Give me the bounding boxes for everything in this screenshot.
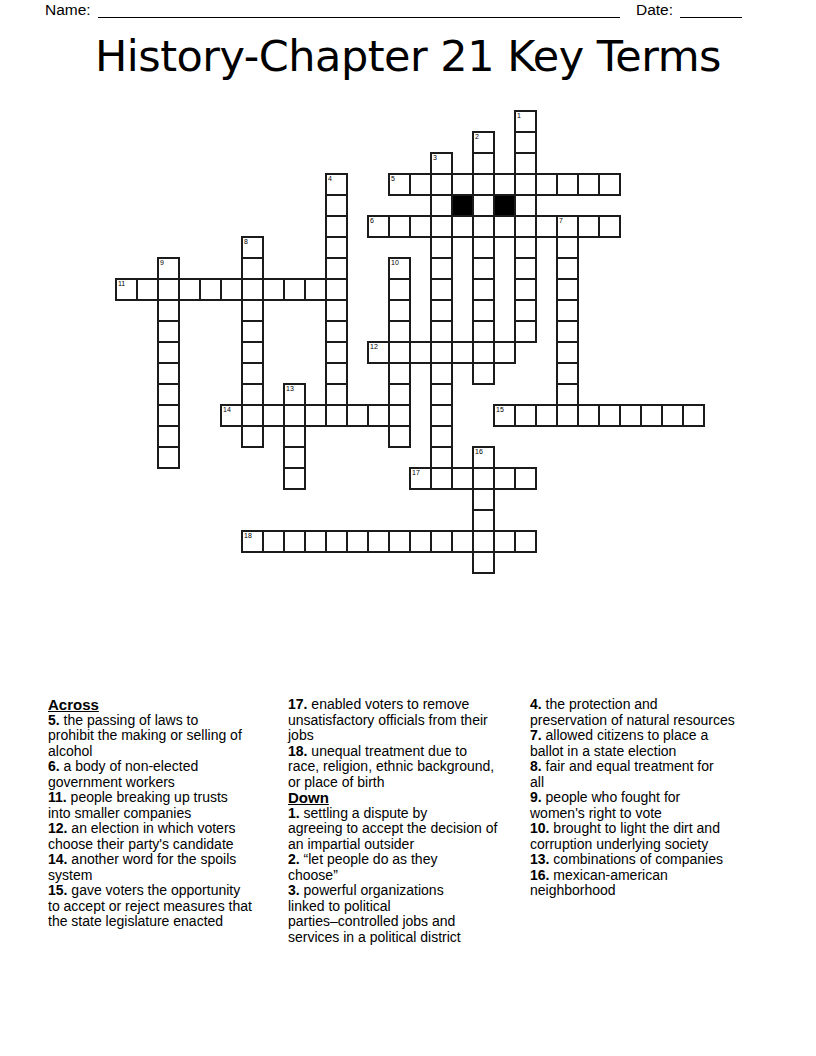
grid-cell[interactable] [220,278,243,301]
grid-cell[interactable] [556,383,579,406]
clue-number: 6. [48,758,60,774]
clue-across-6: 6. a body of non-electedgovernment worke… [48,759,292,790]
date-blank-line[interactable] [680,4,742,18]
grid-cell[interactable] [472,257,495,280]
grid-cell[interactable] [157,299,180,322]
grid-cell[interactable] [514,257,537,280]
grid-cell[interactable] [430,404,453,427]
clue-across-12: 12. an election in which voterschoose th… [48,821,292,852]
grid-cell[interactable] [388,404,411,427]
grid-cell[interactable] [451,341,474,364]
grid-cell[interactable] [514,467,537,490]
clue-column-right: 4. the protection andpreservation of nat… [530,697,778,899]
clue-number: 16. [530,867,549,883]
grid-cell[interactable] [493,530,516,553]
grid-cell[interactable] [430,152,453,175]
name-label: Name: [45,1,91,18]
grid-cell[interactable] [514,530,537,553]
clue-number: 11. [48,789,67,805]
grid-cell[interactable] [430,320,453,343]
grid-cell[interactable] [472,341,495,364]
grid-cell[interactable] [325,383,348,406]
grid-cell[interactable] [430,362,453,385]
grid-cell[interactable] [241,236,264,259]
grid-cell[interactable] [430,257,453,280]
clue-number: 1. [288,805,300,821]
grid-cell[interactable] [388,530,411,553]
grid-cell[interactable] [514,194,537,217]
grid-cell[interactable] [472,131,495,154]
grid-cell[interactable] [430,236,453,259]
grid-cell[interactable] [598,215,621,238]
grid-cell[interactable] [157,341,180,364]
clue-number: 4. [530,696,542,712]
grid-cell[interactable] [409,341,432,364]
grid-cell[interactable] [556,341,579,364]
grid-cell[interactable] [493,404,516,427]
grid-cell[interactable] [283,278,306,301]
grid-cell[interactable] [262,530,285,553]
grid-cell[interactable] [514,236,537,259]
crossword-grid: 123456789101112131415161718 [115,110,707,576]
grid-cell[interactable] [241,341,264,364]
grid-cell[interactable] [661,404,684,427]
grid-cell[interactable] [493,467,516,490]
grid-cell[interactable] [388,425,411,448]
black-cell [493,194,516,217]
clue-number: 12. [48,820,67,836]
grid-cell[interactable] [451,467,474,490]
clue-down-8: 8. fair and equal treatment forall [530,759,778,790]
name-date-header: Name: Date: [45,1,742,18]
grid-cell[interactable] [304,404,327,427]
grid-cell[interactable] [325,257,348,280]
grid-cell[interactable] [430,215,453,238]
clue-number: 2. [288,851,300,867]
grid-cell[interactable] [619,404,642,427]
grid-cell[interactable] [409,215,432,238]
grid-cell[interactable] [241,257,264,280]
grid-cell[interactable] [325,278,348,301]
clue-across-18: 18. unequal treatment due torace, religi… [288,744,536,791]
grid-cell[interactable] [241,425,264,448]
clue-down-9: 9. people who fought forwomen's right to… [530,790,778,821]
grid-cell[interactable] [367,404,390,427]
grid-cell[interactable] [241,299,264,322]
grid-cell[interactable] [241,530,264,553]
grid-cell[interactable] [157,383,180,406]
grid-cell[interactable] [556,215,579,238]
clue-down-7: 7. allowed citizens to place aballot in … [530,728,778,759]
grid-cell[interactable] [451,215,474,238]
clue-number: 3. [288,882,300,898]
grid-cell[interactable] [388,320,411,343]
grid-cell[interactable] [388,299,411,322]
clue-heading-across: Across [48,697,292,713]
clue-column-left: Across5. the passing of laws toprohibit … [48,697,292,930]
grid-cell[interactable] [472,152,495,175]
grid-cell[interactable] [325,320,348,343]
grid-cell[interactable] [682,404,705,427]
black-cell [451,194,474,217]
clue-number: 7. [530,727,542,743]
grid-cell[interactable] [241,404,264,427]
grid-cell[interactable] [430,299,453,322]
grid-cell[interactable] [325,215,348,238]
grid-cell[interactable] [241,362,264,385]
grid-cell[interactable] [451,530,474,553]
clue-across-11: 11. people breaking up trustsinto smalle… [48,790,292,821]
grid-cell[interactable] [262,404,285,427]
name-blank-line[interactable] [98,4,620,18]
grid-cell[interactable] [472,488,495,511]
clue-across-17: 17. enabled voters to removeunsatisfacto… [288,697,536,744]
grid-cell[interactable] [472,278,495,301]
grid-cell[interactable] [472,173,495,196]
grid-cell[interactable] [535,173,558,196]
grid-cell[interactable] [472,509,495,532]
date-label: Date: [636,1,673,18]
grid-cell[interactable] [283,425,306,448]
grid-cell[interactable] [283,530,306,553]
grid-cell[interactable] [157,404,180,427]
grid-cell[interactable] [409,173,432,196]
grid-cell[interactable] [430,467,453,490]
grid-cell[interactable] [157,446,180,469]
grid-cell[interactable] [325,194,348,217]
grid-cell[interactable] [472,362,495,385]
grid-cell[interactable] [472,530,495,553]
worksheet-page: Name: Date: History-Chapter 21 Key Terms… [0,0,816,1056]
grid-cell[interactable] [325,530,348,553]
grid-cell[interactable] [514,320,537,343]
clue-number: 14. [48,851,67,867]
grid-cell[interactable] [598,404,621,427]
grid-cell[interactable] [304,530,327,553]
grid-cell[interactable] [535,404,558,427]
grid-cell[interactable] [199,278,222,301]
grid-cell[interactable] [325,362,348,385]
grid-cell[interactable] [136,278,159,301]
grid-cell[interactable] [556,299,579,322]
grid-cell[interactable] [367,215,390,238]
clue-across-14: 14. another word for the spoilssystem [48,852,292,883]
grid-cell[interactable] [577,173,600,196]
grid-cell[interactable] [157,362,180,385]
grid-cell[interactable] [556,362,579,385]
grid-cell[interactable] [577,404,600,427]
grid-cell[interactable] [493,173,516,196]
grid-cell[interactable] [556,236,579,259]
grid-cell[interactable] [388,215,411,238]
grid-cell[interactable] [472,299,495,322]
grid-cell[interactable] [262,278,285,301]
grid-cell[interactable] [535,215,558,238]
grid-cell[interactable] [514,131,537,154]
grid-cell[interactable] [283,404,306,427]
grid-cell[interactable] [283,446,306,469]
grid-cell[interactable] [556,278,579,301]
grid-cell[interactable] [220,404,243,427]
grid-cell[interactable] [388,257,411,280]
grid-cell[interactable] [241,278,264,301]
grid-cell[interactable] [115,278,138,301]
grid-cell[interactable] [346,404,369,427]
clue-down-13: 13. combinations of companies [530,852,778,868]
grid-cell[interactable] [514,215,537,238]
grid-cell[interactable] [241,383,264,406]
grid-cell[interactable] [430,446,453,469]
grid-cell[interactable] [283,467,306,490]
grid-cell[interactable] [388,341,411,364]
grid-cell[interactable] [451,173,474,196]
grid-cell[interactable] [157,257,180,280]
clue-number: 13. [530,851,549,867]
clue-down-10: 10. brought to light the dirt andcorrupt… [530,821,778,852]
clue-down-4: 4. the protection andpreservation of nat… [530,697,778,728]
clue-number: 15. [48,882,67,898]
clue-number: 18. [288,743,307,759]
page-title: History-Chapter 21 Key Terms [0,30,816,84]
grid-cell[interactable] [367,341,390,364]
grid-cell[interactable] [325,404,348,427]
grid-cell[interactable] [556,320,579,343]
clue-across-15: 15. gave voters the opportunityto accept… [48,883,292,930]
clue-down-1: 1. settling a dispute byagreeing to acce… [288,806,536,853]
grid-cell[interactable] [157,278,180,301]
grid-cell[interactable] [472,467,495,490]
grid-cell[interactable] [409,530,432,553]
grid-cell[interactable] [514,152,537,175]
grid-cell[interactable] [493,215,516,238]
grid-cell[interactable] [472,446,495,469]
grid-cell[interactable] [514,110,537,133]
grid-cell[interactable] [514,299,537,322]
grid-cell[interactable] [577,215,600,238]
grid-cell[interactable] [325,236,348,259]
clue-number: 10. [530,820,549,836]
grid-cell[interactable] [388,173,411,196]
clue-across-5: 5. the passing of laws toprohibit the ma… [48,713,292,760]
grid-cell[interactable] [556,257,579,280]
clue-number: 5. [48,712,60,728]
grid-cell[interactable] [178,278,201,301]
grid-cell[interactable] [556,404,579,427]
grid-cell[interactable] [514,404,537,427]
clue-number: 9. [530,789,542,805]
grid-cell[interactable] [430,530,453,553]
grid-cell[interactable] [493,341,516,364]
grid-cell[interactable] [430,278,453,301]
grid-cell[interactable] [472,215,495,238]
grid-cell[interactable] [241,320,264,343]
grid-cell[interactable] [556,173,579,196]
grid-cell[interactable] [514,278,537,301]
grid-cell[interactable] [640,404,663,427]
grid-cell[interactable] [367,530,390,553]
grid-cell[interactable] [430,173,453,196]
grid-cell[interactable] [325,341,348,364]
grid-cell[interactable] [430,425,453,448]
grid-cell[interactable] [388,362,411,385]
clue-heading-down: Down [288,790,536,806]
clue-number: 17. [288,696,307,712]
grid-cell[interactable] [430,194,453,217]
grid-cell[interactable] [472,194,495,217]
grid-cell[interactable] [514,173,537,196]
grid-cell[interactable] [388,383,411,406]
grid-cell[interactable] [472,320,495,343]
grid-cell[interactable] [598,173,621,196]
clue-column-middle: 17. enabled voters to removeunsatisfacto… [288,697,536,945]
grid-cell[interactable] [430,383,453,406]
grid-cell[interactable] [325,299,348,322]
grid-cell[interactable] [472,236,495,259]
grid-cell[interactable] [325,173,348,196]
grid-cell[interactable] [409,467,432,490]
grid-cell[interactable] [472,551,495,574]
grid-cell[interactable] [388,278,411,301]
clue-down-2: 2. “let people do as theychoose” [288,852,536,883]
grid-cell[interactable] [430,341,453,364]
clue-number: 8. [530,758,542,774]
grid-cell[interactable] [283,383,306,406]
grid-cell[interactable] [157,425,180,448]
clue-down-3: 3. powerful organizationslinked to polit… [288,883,536,945]
grid-cell[interactable] [346,530,369,553]
grid-cell[interactable] [304,278,327,301]
clue-down-16: 16. mexican-americanneighborhood [530,868,778,899]
grid-cell[interactable] [157,320,180,343]
